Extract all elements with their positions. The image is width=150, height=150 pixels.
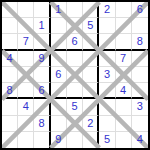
cell-r3c8[interactable] (116, 34, 132, 50)
cell-r6c5[interactable] (67, 83, 83, 99)
cell-r9c6[interactable] (83, 132, 99, 148)
given-digit: 6 (137, 4, 143, 15)
cell-r5c6[interactable] (83, 67, 99, 83)
cell-r2c3[interactable]: 1 (34, 18, 50, 34)
cell-r4c6[interactable] (83, 51, 99, 67)
given-digit: 8 (7, 85, 13, 96)
given-digit: 5 (104, 134, 110, 145)
cell-r4c2[interactable] (18, 51, 34, 67)
cell-r9c4[interactable]: 9 (51, 132, 67, 148)
cell-r6c1[interactable]: 8 (2, 83, 18, 99)
given-digit: 7 (120, 53, 126, 64)
cell-r9c5[interactable] (67, 132, 83, 148)
cell-r3c3[interactable] (34, 34, 50, 50)
cell-r5c7[interactable]: 3 (99, 67, 115, 83)
given-digit: 3 (137, 101, 143, 112)
cell-r9c9[interactable]: 4 (132, 132, 148, 148)
cell-r5c5[interactable] (67, 67, 83, 83)
given-digit: 1 (55, 4, 61, 15)
sudoku-board: 126157684976386445382954 (0, 0, 150, 150)
cell-r1c2[interactable] (18, 2, 34, 18)
cell-r8c7[interactable] (99, 116, 115, 132)
cell-r1c9[interactable]: 6 (132, 2, 148, 18)
cell-r4c8[interactable]: 7 (116, 51, 132, 67)
given-digit: 3 (104, 69, 110, 80)
cell-r1c3[interactable] (34, 2, 50, 18)
cell-r1c5[interactable] (67, 2, 83, 18)
cell-r8c8[interactable] (116, 116, 132, 132)
given-digit: 7 (23, 36, 29, 47)
cell-r2c1[interactable] (2, 18, 18, 34)
cell-r1c7[interactable]: 2 (99, 2, 115, 18)
cell-r8c6[interactable]: 2 (83, 116, 99, 132)
given-digit: 4 (23, 101, 29, 112)
cell-r9c7[interactable]: 5 (99, 132, 115, 148)
cell-r7c2[interactable]: 4 (18, 99, 34, 115)
given-digit: 5 (71, 101, 77, 112)
given-digit: 4 (120, 85, 126, 96)
cell-r5c2[interactable] (18, 67, 34, 83)
cell-r9c1[interactable] (2, 132, 18, 148)
cell-r2c2[interactable] (18, 18, 34, 34)
cell-r7c3[interactable] (34, 99, 50, 115)
cell-r6c4[interactable] (51, 83, 67, 99)
cell-r6c7[interactable] (99, 83, 115, 99)
cell-r6c6[interactable] (83, 83, 99, 99)
cell-r8c4[interactable] (51, 116, 67, 132)
cell-r9c8[interactable] (116, 132, 132, 148)
given-digit: 5 (87, 20, 93, 31)
cell-r6c8[interactable]: 4 (116, 83, 132, 99)
cell-r1c6[interactable] (83, 2, 99, 18)
cell-r3c5[interactable]: 6 (67, 34, 83, 50)
cell-r5c4[interactable]: 6 (51, 67, 67, 83)
cell-r7c4[interactable] (51, 99, 67, 115)
cell-r6c2[interactable] (18, 83, 34, 99)
cell-r8c5[interactable] (67, 116, 83, 132)
cell-r4c7[interactable] (99, 51, 115, 67)
cell-r2c6[interactable]: 5 (83, 18, 99, 34)
given-digit: 1 (38, 20, 44, 31)
cell-r5c1[interactable] (2, 67, 18, 83)
sudoku-grid: 126157684976386445382954 (2, 2, 148, 148)
cell-r8c1[interactable] (2, 116, 18, 132)
cell-r8c3[interactable]: 8 (34, 116, 50, 132)
cell-r5c3[interactable] (34, 67, 50, 83)
cell-r5c9[interactable] (132, 67, 148, 83)
given-digit: 9 (55, 134, 61, 145)
cell-r2c7[interactable] (99, 18, 115, 34)
cell-r2c5[interactable] (67, 18, 83, 34)
given-digit: 6 (38, 85, 44, 96)
cell-r4c3[interactable]: 9 (34, 51, 50, 67)
given-digit: 4 (7, 53, 13, 64)
cell-r4c4[interactable] (51, 51, 67, 67)
cell-r8c9[interactable] (132, 116, 148, 132)
cell-r7c9[interactable]: 3 (132, 99, 148, 115)
cell-r6c9[interactable] (132, 83, 148, 99)
cell-r4c5[interactable] (67, 51, 83, 67)
cell-r3c9[interactable]: 8 (132, 34, 148, 50)
given-digit: 2 (104, 4, 110, 15)
given-digit: 6 (55, 69, 61, 80)
cell-r3c2[interactable]: 7 (18, 34, 34, 50)
cell-r3c6[interactable] (83, 34, 99, 50)
cell-r3c7[interactable] (99, 34, 115, 50)
cell-r7c7[interactable] (99, 99, 115, 115)
cell-r9c2[interactable] (18, 132, 34, 148)
cell-r2c4[interactable] (51, 18, 67, 34)
given-digit: 8 (137, 36, 143, 47)
cell-r3c4[interactable] (51, 34, 67, 50)
given-digit: 8 (38, 118, 44, 129)
cell-r4c9[interactable] (132, 51, 148, 67)
cell-r6c3[interactable]: 6 (34, 83, 50, 99)
cell-r7c5[interactable]: 5 (67, 99, 83, 115)
cell-r7c1[interactable] (2, 99, 18, 115)
cell-r1c4[interactable]: 1 (51, 2, 67, 18)
cell-r3c1[interactable] (2, 34, 18, 50)
given-digit: 4 (137, 134, 143, 145)
cell-r1c8[interactable] (116, 2, 132, 18)
cell-r7c6[interactable] (83, 99, 99, 115)
cell-r2c8[interactable] (116, 18, 132, 34)
given-digit: 9 (38, 53, 44, 64)
cell-r4c1[interactable]: 4 (2, 51, 18, 67)
cell-r9c3[interactable] (34, 132, 50, 148)
cell-r8c2[interactable] (18, 116, 34, 132)
cell-r1c1[interactable] (2, 2, 18, 18)
given-digit: 6 (71, 36, 77, 47)
cell-r7c8[interactable] (116, 99, 132, 115)
cell-r5c8[interactable] (116, 67, 132, 83)
given-digit: 2 (87, 118, 93, 129)
cell-r2c9[interactable] (132, 18, 148, 34)
